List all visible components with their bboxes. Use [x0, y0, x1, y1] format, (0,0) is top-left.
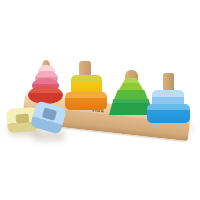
loose-piece-yellow-hole	[16, 113, 30, 123]
square-piece-orange	[65, 92, 107, 110]
circle-piece-red	[28, 86, 63, 104]
rectangle-piece-blue	[147, 104, 190, 123]
loose-piece-blue-hole	[42, 108, 57, 121]
product-photo-stage: VIGA	[0, 0, 200, 200]
